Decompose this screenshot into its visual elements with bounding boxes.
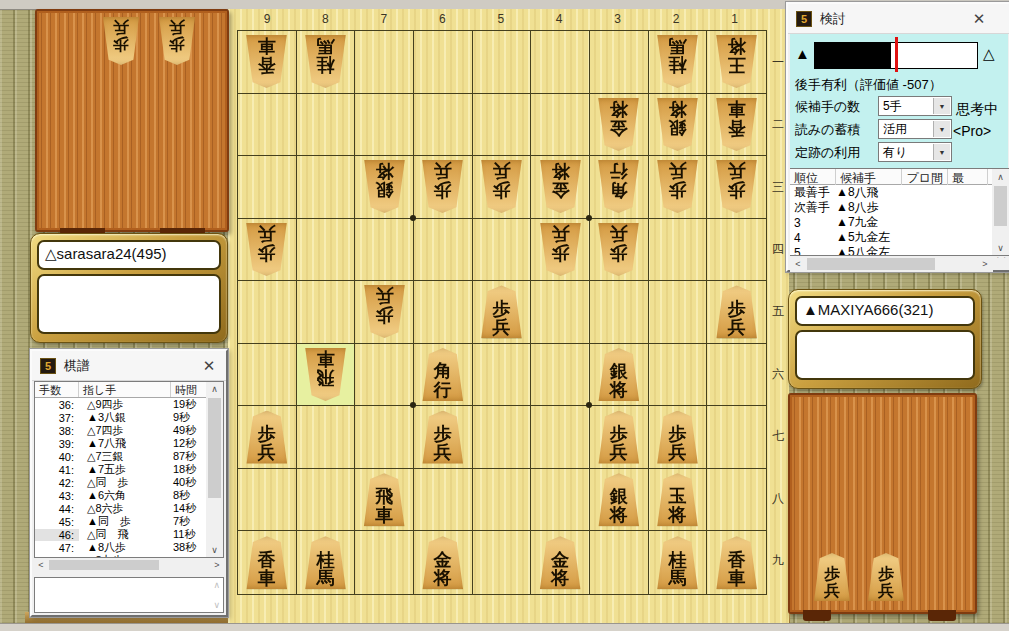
sente-piece-金将[interactable]: 金将 [538, 536, 583, 589]
sente-piece-歩兵[interactable]: 歩兵 [596, 411, 641, 464]
sente-info-box [795, 330, 975, 380]
evaluation-bar-black-fill [815, 43, 891, 68]
square-2五[interactable] [649, 281, 708, 344]
setting-select-2[interactable]: 活用▼ [878, 119, 952, 139]
file-label-1: 1 [706, 12, 764, 26]
sente-piece-角行[interactable]: 角行 [420, 348, 465, 401]
scroll-left-icon[interactable]: < [790, 256, 806, 272]
square-9二[interactable] [238, 94, 297, 157]
kifu-cell: 46: [35, 529, 79, 541]
square-6三[interactable]: 歩兵 [414, 156, 473, 219]
square-8八[interactable] [297, 469, 356, 532]
square-2八[interactable]: 玉将 [649, 469, 708, 532]
sente-piece-香車[interactable]: 香車 [244, 536, 289, 589]
square-6七[interactable]: 歩兵 [414, 406, 473, 469]
chevron-down-icon[interactable]: ▼ [933, 121, 950, 137]
gote-piece-歩兵[interactable]: 歩兵 [420, 160, 465, 213]
square-5七[interactable] [473, 406, 532, 469]
square-9三[interactable] [238, 156, 297, 219]
square-6九[interactable]: 金将 [414, 531, 473, 594]
chevron-down-icon[interactable]: ▼ [933, 98, 950, 114]
sente-player-panel: ▲MAXIYA666(321) [788, 289, 982, 389]
square-4六[interactable] [531, 344, 590, 407]
file-label-4: 4 [530, 12, 588, 26]
square-6二[interactable] [414, 94, 473, 157]
setting-label-1: 候補手の数 [795, 98, 860, 116]
sente-player-name: ▲MAXIYA666(321) [795, 296, 975, 326]
candidate-cell: 5 [790, 246, 836, 257]
square-4五[interactable] [531, 281, 590, 344]
gote-piece-香車[interactable]: 香車 [244, 35, 289, 88]
square-7七[interactable] [355, 406, 414, 469]
gote-piece-角行[interactable]: 角行 [596, 160, 641, 213]
square-3四[interactable]: 歩兵 [590, 219, 649, 282]
sente-piece-玉将[interactable]: 玉将 [655, 473, 700, 526]
square-5四[interactable] [473, 219, 532, 282]
square-3五[interactable] [590, 281, 649, 344]
hoshi-point [586, 215, 592, 221]
square-5九[interactable] [473, 531, 532, 594]
square-3六[interactable]: 銀将 [590, 344, 649, 407]
rank-label-三: 三 [771, 179, 785, 196]
kifu-cell: 41: [35, 464, 79, 476]
square-8七[interactable] [297, 406, 356, 469]
square-1四[interactable] [707, 219, 766, 282]
sente-piece-歩兵[interactable]: 歩兵 [655, 411, 700, 464]
candidate-horizontal-scrollbar[interactable]: < > [790, 256, 993, 272]
sente-piece-金将[interactable]: 金将 [420, 536, 465, 589]
scroll-right-icon[interactable]: > [977, 256, 993, 272]
candidate-column-2[interactable]: 候補手 [836, 169, 902, 185]
scroll-up-icon[interactable]: ∧ [206, 382, 223, 396]
evaluation-text: 後手有利（評価値 -507） [795, 76, 942, 94]
close-icon[interactable]: ✕ [970, 10, 988, 28]
square-1七[interactable] [707, 406, 766, 469]
tray-foot [928, 610, 956, 621]
square-3三[interactable]: 角行 [590, 156, 649, 219]
kifu-titlebar[interactable]: 5 棋譜 ✕ [32, 351, 226, 381]
setting-label-2: 読みの蓄積 [795, 121, 861, 139]
square-3九[interactable] [590, 531, 649, 594]
rank-label-八: 八 [771, 490, 785, 507]
gote-piece-王将[interactable]: 王将 [714, 35, 759, 88]
gote-piece-金将[interactable]: 金将 [538, 160, 583, 213]
kifu-cell: 39: [35, 438, 79, 450]
square-8三[interactable] [297, 156, 356, 219]
square-1二[interactable]: 香車 [707, 94, 766, 157]
kifu-column-2[interactable]: 指し手 [79, 382, 171, 397]
square-1九[interactable]: 香車 [707, 531, 766, 594]
setting-label-3: 定跡の利用 [795, 144, 860, 162]
sente-piece-桂馬[interactable]: 桂馬 [655, 536, 700, 589]
gote-piece-歩兵[interactable]: 歩兵 [362, 285, 407, 338]
square-7六[interactable] [355, 344, 414, 407]
sente-piece-飛車[interactable]: 飛車 [362, 473, 407, 526]
kifu-cell: 38: [35, 425, 79, 437]
rank-label-二: 二 [771, 116, 785, 133]
gote-piece-香車[interactable]: 香車 [714, 98, 759, 151]
candidate-listview: 順位候補手プロ間最 最善手▲8八飛次善手▲8八歩3▲7九金4▲5九金左5▲5八金… [790, 168, 1009, 256]
candidate-cell: 次善手 [790, 199, 836, 216]
board-panel: 987654321 一二三四五六七八九 香車桂馬桂馬王将金将銀将香車銀将歩兵歩兵… [228, 9, 789, 623]
scrollbar-thumb[interactable] [208, 398, 221, 498]
scrollbar-thumb[interactable] [994, 186, 1007, 226]
gote-mark: △ [983, 45, 995, 63]
candidate-move-row[interactable]: 4▲5九金左 [790, 230, 1009, 245]
square-9六[interactable] [238, 344, 297, 407]
square-6一[interactable] [414, 31, 473, 94]
gote-piece-飛車[interactable]: 飛車 [303, 348, 348, 401]
bottom-window-strip [0, 623, 1009, 631]
scroll-up-icon[interactable]: ∧ [213, 580, 220, 590]
rank-label-四: 四 [771, 241, 785, 258]
gote-piece-銀将[interactable]: 銀将 [655, 98, 700, 151]
scroll-right-icon[interactable]: > [210, 558, 224, 572]
square-8六[interactable]: 飛車 [297, 344, 356, 407]
file-label-7: 7 [355, 12, 413, 26]
shogi-app: { "game": "shogi", "app": {"close_glyph"… [0, 0, 1009, 631]
rank-label-七: 七 [771, 428, 785, 445]
gote-piece-桂馬[interactable]: 桂馬 [655, 35, 700, 88]
square-2七[interactable]: 歩兵 [649, 406, 708, 469]
kifu-listview: 手数指し手時間 36:△9四歩19秒37:▲3八銀9秒38:△7四歩49秒39:… [34, 381, 224, 558]
kifu-cell: 44: [35, 503, 79, 515]
file-label-5: 5 [472, 12, 530, 26]
kifu-cell: 47: [35, 542, 79, 554]
scroll-down-icon[interactable]: ∨ [213, 600, 220, 610]
square-5二[interactable] [473, 94, 532, 157]
file-label-2: 2 [647, 12, 705, 26]
square-4九[interactable]: 金将 [531, 531, 590, 594]
square-6六[interactable]: 角行 [414, 344, 473, 407]
gote-piece-歩兵[interactable]: 歩兵 [157, 17, 197, 65]
candidate-column-1[interactable]: 順位 [790, 169, 836, 185]
square-4二[interactable] [531, 94, 590, 157]
file-label-9: 9 [238, 12, 296, 26]
kento-window-title: 検討 [820, 10, 970, 28]
square-4八[interactable] [531, 469, 590, 532]
square-7八[interactable]: 飛車 [355, 469, 414, 532]
sente-captured-tray: 歩兵歩兵 [788, 393, 977, 614]
kento-window: 5 検討 ✕ ▲ △ 後手有利（評価値 -507） 候補手の数5手▼読みの蓄積活… [786, 2, 1009, 272]
kifu-rows: 36:△9四歩19秒37:▲3八銀9秒38:△7四歩49秒39:▲7八飛12秒4… [35, 398, 223, 558]
square-3七[interactable]: 歩兵 [590, 406, 649, 469]
square-8五[interactable] [297, 281, 356, 344]
square-2三[interactable]: 歩兵 [649, 156, 708, 219]
square-2九[interactable]: 桂馬 [649, 531, 708, 594]
kifu-cell: 40: [35, 451, 79, 463]
sente-piece-歩兵[interactable]: 歩兵 [244, 411, 289, 464]
square-3二[interactable]: 金将 [590, 94, 649, 157]
tray-foot [803, 610, 831, 621]
square-1一[interactable]: 王将 [707, 31, 766, 94]
square-9八[interactable] [238, 469, 297, 532]
gote-piece-歩兵[interactable]: 歩兵 [101, 17, 141, 65]
square-7四[interactable] [355, 219, 414, 282]
sente-piece-銀将[interactable]: 銀将 [596, 348, 641, 401]
kifu-cell: 37: [35, 412, 79, 424]
setting-select-1[interactable]: 5手▼ [878, 96, 952, 116]
scrollbar-thumb[interactable] [49, 560, 159, 570]
square-1五[interactable]: 歩兵 [707, 281, 766, 344]
candidate-move-row[interactable]: 最善手▲8八飛 [790, 185, 1009, 200]
thinking-status: 思考中 [956, 101, 998, 119]
engine-level: <Pro> [953, 123, 991, 139]
kifu-cell: 45: [35, 516, 79, 528]
scroll-up-icon[interactable]: ∧ [992, 169, 1009, 184]
square-7五[interactable]: 歩兵 [355, 281, 414, 344]
square-2二[interactable]: 銀将 [649, 94, 708, 157]
square-5六[interactable] [473, 344, 532, 407]
sente-piece-桂馬[interactable]: 桂馬 [303, 536, 348, 589]
sente-piece-香車[interactable]: 香車 [714, 536, 759, 589]
gote-piece-桂馬[interactable]: 桂馬 [303, 35, 348, 88]
kifu-comment-box[interactable]: ∧ ∨ [34, 577, 224, 613]
gote-piece-歩兵[interactable]: 歩兵 [655, 160, 700, 213]
candidate-move-row[interactable]: 3▲7九金 [790, 215, 1009, 230]
kento-eval-panel: ▲ △ 後手有利（評価値 -507） 候補手の数5手▼読みの蓄積活用▼定跡の利用… [790, 34, 1008, 168]
candidate-cell: 3 [790, 216, 836, 230]
kifu-column-3[interactable]: 時間 [171, 382, 208, 397]
rank-label-六: 六 [771, 366, 785, 383]
kifu-header: 手数指し手時間 [35, 382, 223, 398]
kifu-cell: 38秒 [171, 540, 208, 555]
square-8一[interactable]: 桂馬 [297, 31, 356, 94]
square-9一[interactable]: 香車 [238, 31, 297, 94]
square-7九[interactable] [355, 531, 414, 594]
rank-label-五: 五 [771, 303, 785, 320]
square-5三[interactable]: 歩兵 [473, 156, 532, 219]
hoshi-point [586, 402, 592, 408]
kifu-horizontal-scrollbar[interactable]: < > [34, 558, 224, 572]
candidate-column-3[interactable]: プロ間 [902, 169, 948, 185]
square-1八[interactable] [707, 469, 766, 532]
sente-piece-歩兵[interactable]: 歩兵 [714, 285, 759, 338]
scroll-down-icon[interactable]: ∨ [206, 543, 223, 557]
square-3一[interactable] [590, 31, 649, 94]
square-4七[interactable] [531, 406, 590, 469]
rank-label-一: 一 [771, 54, 785, 71]
square-1三[interactable]: 歩兵 [707, 156, 766, 219]
gote-piece-金将[interactable]: 金将 [596, 98, 641, 151]
square-6五[interactable] [414, 281, 473, 344]
candidate-move-row[interactable]: 次善手▲8八歩 [790, 200, 1009, 215]
square-8二[interactable] [297, 94, 356, 157]
square-2一[interactable]: 桂馬 [649, 31, 708, 94]
sente-piece-歩兵[interactable]: 歩兵 [812, 553, 852, 601]
square-2四[interactable] [649, 219, 708, 282]
gote-player-name: △sarasara24(495) [37, 240, 221, 270]
kifu-window: 5 棋譜 ✕ 手数指し手時間 36:△9四歩19秒37:▲3八銀9秒38:△7四… [30, 349, 228, 617]
square-6四[interactable] [414, 219, 473, 282]
candidate-cell: ▲5八金左 [836, 244, 902, 256]
scroll-left-icon[interactable]: < [34, 558, 48, 572]
square-6八[interactable] [414, 469, 473, 532]
sente-piece-歩兵[interactable]: 歩兵 [420, 411, 465, 464]
file-label-3: 3 [589, 12, 647, 26]
evaluation-bar [814, 42, 978, 69]
square-9七[interactable]: 歩兵 [238, 406, 297, 469]
gote-piece-歩兵[interactable]: 歩兵 [479, 160, 524, 213]
gote-player-panel: △sarasara24(495) [30, 233, 228, 343]
gote-piece-歩兵[interactable]: 歩兵 [596, 223, 641, 276]
gote-piece-歩兵[interactable]: 歩兵 [714, 160, 759, 213]
gote-piece-歩兵[interactable]: 歩兵 [244, 223, 289, 276]
file-label-6: 6 [413, 12, 471, 26]
kifu-cell: 42: [35, 477, 79, 489]
file-label-8: 8 [296, 12, 354, 26]
square-9四[interactable]: 歩兵 [238, 219, 297, 282]
candidate-vertical-scrollbar[interactable]: ∧ ∨ [992, 169, 1009, 255]
gote-captured-tray: 歩兵歩兵 [35, 9, 229, 232]
square-3八[interactable]: 銀将 [590, 469, 649, 532]
kifu-window-title: 棋譜 [64, 357, 200, 375]
sente-mark: ▲ [795, 45, 810, 62]
app-icon: 5 [40, 358, 56, 374]
square-8九[interactable]: 桂馬 [297, 531, 356, 594]
evaluation-bar-center-marker [895, 37, 898, 72]
square-9五[interactable] [238, 281, 297, 344]
setting-select-3[interactable]: 有り▼ [878, 142, 952, 162]
close-icon[interactable]: ✕ [200, 357, 218, 375]
square-1六[interactable] [707, 344, 766, 407]
square-4四[interactable]: 歩兵 [531, 219, 590, 282]
kifu-vertical-scrollbar[interactable]: ∧ ∨ [206, 382, 223, 557]
kento-titlebar[interactable]: 5 検討 ✕ [788, 4, 1009, 34]
kifu-column-1[interactable]: 手数 [35, 382, 79, 397]
app-icon: 5 [796, 11, 812, 27]
candidate-header: 順位候補手プロ間最 [790, 169, 1009, 185]
board-grid: 香車桂馬桂馬王将金将銀将香車銀将歩兵歩兵金将角行歩兵歩兵歩兵歩兵歩兵歩兵歩兵歩兵… [237, 30, 767, 595]
rank-label-九: 九 [771, 552, 785, 569]
gote-piece-銀将[interactable]: 銀将 [362, 160, 407, 213]
square-7二[interactable] [355, 94, 414, 157]
kifu-cell: 43: [35, 490, 79, 502]
candidate-column-4[interactable]: 最 [948, 169, 988, 185]
square-5五[interactable]: 歩兵 [473, 281, 532, 344]
candidate-move-row[interactable]: 5▲5八金左 [790, 245, 1009, 256]
candidate-rows: 最善手▲8八飛次善手▲8八歩3▲7九金4▲5九金左5▲5八金左 [790, 185, 1009, 256]
square-7三[interactable]: 銀将 [355, 156, 414, 219]
resize-grip[interactable]: · · [993, 255, 1007, 267]
sente-piece-歩兵[interactable]: 歩兵 [479, 285, 524, 338]
square-4三[interactable]: 金将 [531, 156, 590, 219]
gote-info-box [37, 274, 221, 334]
candidate-cell: 4 [790, 231, 836, 245]
square-9九[interactable]: 香車 [238, 531, 297, 594]
square-2六[interactable] [649, 344, 708, 407]
sente-piece-歩兵[interactable]: 歩兵 [866, 553, 906, 601]
sente-piece-銀将[interactable]: 銀将 [596, 473, 641, 526]
square-5八[interactable] [473, 469, 532, 532]
kifu-cell: 36: [35, 399, 79, 411]
square-5一[interactable] [473, 31, 532, 94]
square-4一[interactable] [531, 31, 590, 94]
gote-piece-歩兵[interactable]: 歩兵 [538, 223, 583, 276]
square-8四[interactable] [297, 219, 356, 282]
chevron-down-icon[interactable]: ▼ [933, 144, 950, 160]
square-7一[interactable] [355, 31, 414, 94]
scrollbar-thumb[interactable] [807, 258, 935, 270]
